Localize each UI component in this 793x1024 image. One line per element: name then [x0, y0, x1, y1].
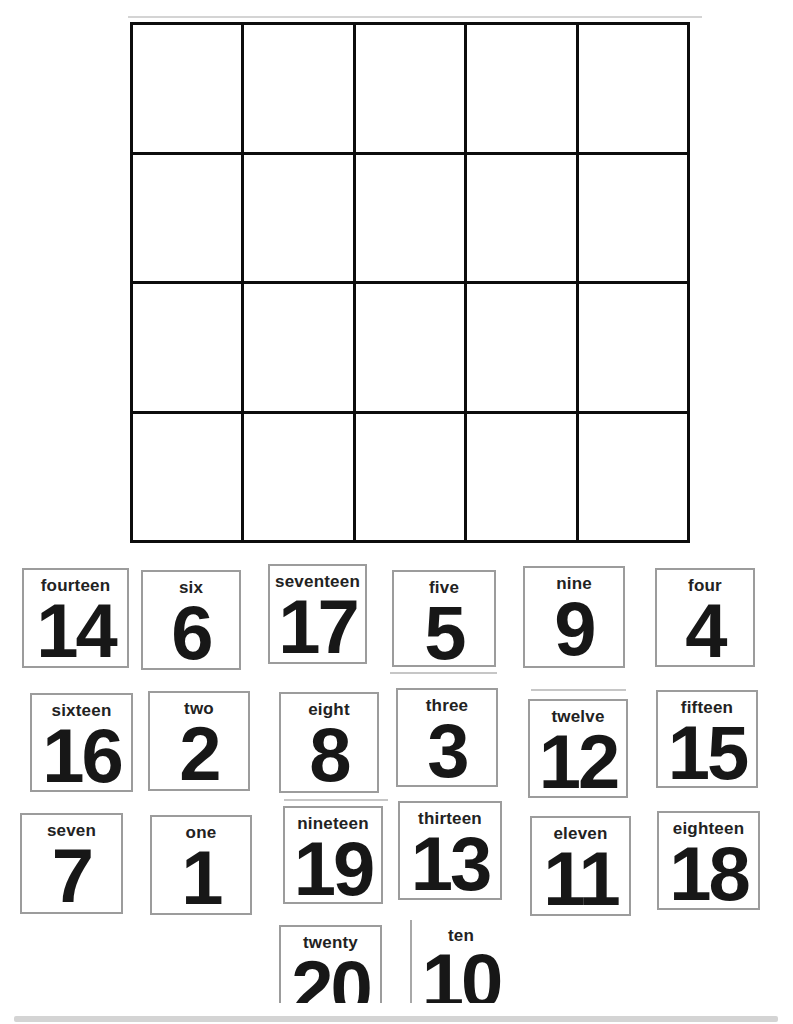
page-edge-shadow	[14, 1016, 778, 1022]
grid-cell-13[interactable]	[356, 284, 464, 411]
grid-cell-19[interactable]	[467, 414, 575, 541]
card-nineteen[interactable]: nineteen 19	[283, 806, 383, 904]
grid-cell-17[interactable]	[244, 414, 352, 541]
grid-cell-6[interactable]	[133, 155, 241, 282]
card-five[interactable]: five 5	[392, 570, 496, 667]
grid-cell-7[interactable]	[244, 155, 352, 282]
card-six[interactable]: six 6	[141, 570, 241, 670]
card-eight[interactable]: eight 8	[279, 692, 379, 793]
scan-artifact-line	[128, 16, 702, 18]
card-numeral: 12	[539, 730, 618, 794]
grid-cell-20[interactable]	[579, 414, 687, 541]
grid-cell-2[interactable]	[244, 25, 352, 152]
card-twelve[interactable]: twelve 12	[528, 699, 628, 798]
card-thirteen[interactable]: thirteen 13	[398, 801, 502, 900]
card-sixteen[interactable]: sixteen 16	[30, 693, 133, 792]
card-numeral: 18	[669, 842, 748, 906]
card-twenty[interactable]: twenty 20	[279, 925, 382, 1003]
card-numeral: 8	[309, 723, 348, 787]
grid-cell-5[interactable]	[579, 25, 687, 152]
card-numeral: 5	[424, 601, 463, 665]
card-eighteen[interactable]: eighteen 18	[657, 811, 760, 910]
card-numeral: 17	[278, 595, 357, 659]
card-numeral: 3	[427, 719, 466, 783]
answer-board	[130, 22, 690, 543]
card-seventeen[interactable]: seventeen 17	[268, 564, 367, 664]
card-numeral: 1	[181, 846, 220, 910]
grid-cell-14[interactable]	[467, 284, 575, 411]
scan-artifact-line	[531, 689, 626, 691]
grid-cell-4[interactable]	[467, 25, 575, 152]
grid-cell-11[interactable]	[133, 284, 241, 411]
card-fourteen[interactable]: fourteen 14	[22, 568, 129, 668]
card-numeral: 6	[171, 601, 210, 665]
card-numeral: 10	[422, 949, 501, 1003]
card-four[interactable]: four 4	[655, 568, 755, 667]
card-numeral: 9	[554, 597, 593, 661]
grid-cell-15[interactable]	[579, 284, 687, 411]
card-nine[interactable]: nine 9	[523, 566, 625, 668]
card-two[interactable]: two 2	[148, 691, 250, 791]
card-numeral: 20	[291, 956, 370, 1003]
grid-cell-9[interactable]	[467, 155, 575, 282]
scan-artifact-line	[284, 799, 388, 801]
grid-cell-16[interactable]	[133, 414, 241, 541]
card-fifteen[interactable]: fifteen 15	[656, 690, 758, 788]
worksheet-page: fourteen 14 six 6 seventeen 17 five 5 ni…	[0, 0, 793, 1024]
scan-artifact-line	[390, 672, 497, 674]
grid-cell-1[interactable]	[133, 25, 241, 152]
card-numeral: 19	[294, 837, 373, 901]
card-numeral: 14	[36, 599, 115, 663]
card-seven[interactable]: seven 7	[20, 813, 123, 914]
card-three[interactable]: three 3	[396, 688, 498, 787]
grid-cell-12[interactable]	[244, 284, 352, 411]
card-numeral: 7	[52, 844, 91, 908]
card-numeral: 13	[411, 832, 490, 896]
card-eleven[interactable]: eleven 11	[530, 816, 631, 916]
card-numeral: 4	[685, 599, 724, 663]
grid-cell-18[interactable]	[356, 414, 464, 541]
card-numeral: 11	[543, 847, 617, 911]
grid-cell-10[interactable]	[579, 155, 687, 282]
card-ten[interactable]: ten 10	[410, 920, 510, 1003]
card-numeral: 16	[42, 724, 121, 788]
card-one[interactable]: one 1	[150, 815, 252, 915]
card-numeral: 15	[668, 721, 747, 785]
grid-cell-3[interactable]	[356, 25, 464, 152]
card-numeral: 2	[179, 722, 218, 786]
grid-cell-8[interactable]	[356, 155, 464, 282]
